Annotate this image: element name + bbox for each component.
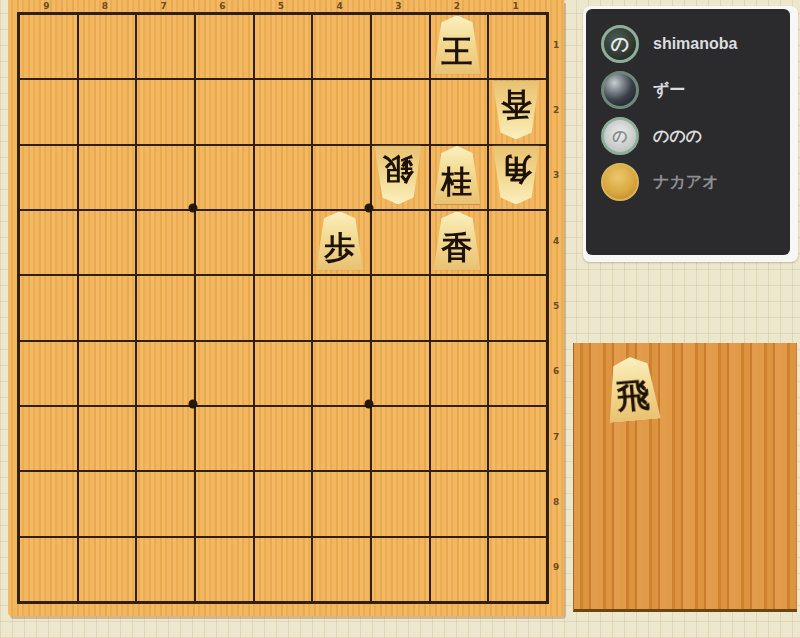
- square-85[interactable]: [78, 275, 137, 340]
- square-97[interactable]: [19, 406, 78, 471]
- square-48[interactable]: [312, 471, 371, 536]
- spectator-panel-backing: の shimanoba ずー の ののの ナカアオ: [583, 6, 798, 262]
- square-93[interactable]: [19, 145, 78, 210]
- file-label-6: 6: [219, 1, 225, 11]
- square-61[interactable]: [195, 14, 254, 79]
- square-73[interactable]: [136, 145, 195, 210]
- file-label-5: 5: [278, 1, 284, 11]
- square-28[interactable]: [430, 471, 489, 536]
- square-32[interactable]: [371, 79, 430, 144]
- file-label-3: 3: [395, 1, 401, 11]
- star-point-6-3: [365, 204, 374, 213]
- square-81[interactable]: [78, 14, 137, 79]
- square-68[interactable]: [195, 471, 254, 536]
- piece-kanji: 香: [442, 231, 473, 270]
- piece-kanji: 香: [500, 81, 531, 120]
- square-46[interactable]: [312, 341, 371, 406]
- rank-label-9: 9: [553, 562, 559, 572]
- file-label-2: 2: [454, 1, 460, 11]
- user-row-zuu[interactable]: ずー: [601, 67, 790, 113]
- square-18[interactable]: [488, 471, 547, 536]
- piece-stand-komadai: 飛: [573, 343, 797, 612]
- star-point-6-6: [365, 400, 374, 409]
- piece-kanji: 王: [442, 35, 473, 74]
- square-17[interactable]: [488, 406, 547, 471]
- square-69[interactable]: [195, 537, 254, 602]
- square-82[interactable]: [78, 79, 137, 144]
- rank-label-5: 5: [553, 301, 559, 311]
- user-name: ずー: [653, 80, 685, 101]
- avatar-nakaao-icon: [601, 163, 639, 201]
- square-59[interactable]: [254, 537, 313, 602]
- user-name: shimanoba: [653, 35, 737, 53]
- square-53[interactable]: [254, 145, 313, 210]
- rank-label-6: 6: [553, 366, 559, 376]
- square-39[interactable]: [371, 537, 430, 602]
- square-78[interactable]: [136, 471, 195, 536]
- square-98[interactable]: [19, 471, 78, 536]
- rank-label-7: 7: [553, 432, 559, 442]
- square-52[interactable]: [254, 79, 313, 144]
- square-25[interactable]: [430, 275, 489, 340]
- file-label-9: 9: [43, 1, 49, 11]
- square-36[interactable]: [371, 341, 430, 406]
- square-49[interactable]: [312, 537, 371, 602]
- piece-kanji: 銀: [383, 146, 414, 185]
- square-47[interactable]: [312, 406, 371, 471]
- square-19[interactable]: [488, 537, 547, 602]
- square-66[interactable]: [195, 341, 254, 406]
- rank-label-8: 8: [553, 497, 559, 507]
- square-41[interactable]: [312, 14, 371, 79]
- piece-kanji: 桂: [442, 166, 473, 205]
- square-42[interactable]: [312, 79, 371, 144]
- square-71[interactable]: [136, 14, 195, 79]
- square-87[interactable]: [78, 406, 137, 471]
- file-label-1: 1: [513, 1, 519, 11]
- square-76[interactable]: [136, 341, 195, 406]
- board-grid: [17, 12, 549, 604]
- square-15[interactable]: [488, 275, 547, 340]
- rank-label-4: 4: [553, 236, 559, 246]
- square-27[interactable]: [430, 406, 489, 471]
- square-88[interactable]: [78, 471, 137, 536]
- star-point-3-3: [189, 204, 198, 213]
- square-16[interactable]: [488, 341, 547, 406]
- square-91[interactable]: [19, 14, 78, 79]
- square-65[interactable]: [195, 275, 254, 340]
- file-label-8: 8: [102, 1, 108, 11]
- square-79[interactable]: [136, 537, 195, 602]
- square-63[interactable]: [195, 145, 254, 210]
- user-name: ののの: [653, 126, 702, 147]
- rank-label-2: 2: [553, 105, 559, 115]
- rank-label-3: 3: [553, 170, 559, 180]
- spectator-panel: の shimanoba ずー の ののの ナカアオ: [586, 9, 790, 255]
- square-92[interactable]: [19, 79, 78, 144]
- square-56[interactable]: [254, 341, 313, 406]
- square-58[interactable]: [254, 471, 313, 536]
- avatar-doodle: の: [611, 32, 629, 56]
- square-99[interactable]: [19, 537, 78, 602]
- piece-kanji: 角: [500, 146, 531, 185]
- square-45[interactable]: [312, 275, 371, 340]
- square-43[interactable]: [312, 145, 371, 210]
- square-86[interactable]: [78, 341, 137, 406]
- square-38[interactable]: [371, 471, 430, 536]
- square-57[interactable]: [254, 406, 313, 471]
- square-83[interactable]: [78, 145, 137, 210]
- shogi-board: 987654321123456789 王香銀桂角歩香: [8, 0, 564, 616]
- file-label-7: 7: [161, 1, 167, 11]
- shogi-piece-rook-in-hand[interactable]: 飛: [601, 355, 663, 424]
- user-row-nakaao[interactable]: ナカアオ: [601, 159, 790, 205]
- avatar-doodle: の: [612, 127, 627, 146]
- square-62[interactable]: [195, 79, 254, 144]
- avatar-nonono-icon: の: [601, 117, 639, 155]
- square-55[interactable]: [254, 275, 313, 340]
- square-72[interactable]: [136, 79, 195, 144]
- square-67[interactable]: [195, 406, 254, 471]
- square-51[interactable]: [254, 14, 313, 79]
- user-name: ナカアオ: [653, 172, 719, 193]
- user-row-nonono[interactable]: の ののの: [601, 113, 790, 159]
- square-94[interactable]: [19, 210, 78, 275]
- avatar-shimanoba-icon: の: [601, 25, 639, 63]
- file-label-4: 4: [337, 1, 343, 11]
- square-64[interactable]: [195, 210, 254, 275]
- square-96[interactable]: [19, 341, 78, 406]
- user-row-shimanoba[interactable]: の shimanoba: [601, 21, 790, 67]
- avatar-zuu-icon: [601, 71, 639, 109]
- app-window: 987654321123456789 王香銀桂角歩香 飛 の shimanoba…: [0, 0, 800, 638]
- square-31[interactable]: [371, 14, 430, 79]
- square-77[interactable]: [136, 406, 195, 471]
- square-95[interactable]: [19, 275, 78, 340]
- square-84[interactable]: [78, 210, 137, 275]
- star-point-3-6: [189, 400, 198, 409]
- square-22[interactable]: [430, 79, 489, 144]
- square-26[interactable]: [430, 341, 489, 406]
- piece-kanji: 歩: [324, 231, 355, 270]
- square-74[interactable]: [136, 210, 195, 275]
- rank-label-1: 1: [553, 40, 559, 50]
- square-54[interactable]: [254, 210, 313, 275]
- square-11[interactable]: [488, 14, 547, 79]
- piece-kanji: 飛: [615, 378, 652, 423]
- square-14[interactable]: [488, 210, 547, 275]
- square-34[interactable]: [371, 210, 430, 275]
- square-37[interactable]: [371, 406, 430, 471]
- square-29[interactable]: [430, 537, 489, 602]
- square-75[interactable]: [136, 275, 195, 340]
- square-89[interactable]: [78, 537, 137, 602]
- square-35[interactable]: [371, 275, 430, 340]
